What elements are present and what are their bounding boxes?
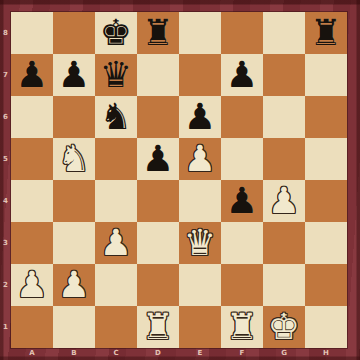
square-d8[interactable]: ♜ [137, 12, 179, 54]
file-label-a: A [11, 347, 53, 360]
file-label-c: C [95, 347, 137, 360]
square-d4[interactable] [137, 180, 179, 222]
square-h5[interactable] [305, 138, 347, 180]
square-d6[interactable] [137, 96, 179, 138]
black-pawn[interactable]: ♟ [53, 54, 95, 96]
black-king[interactable]: ♚ [95, 12, 137, 54]
square-a5[interactable] [11, 138, 53, 180]
square-f8[interactable] [221, 12, 263, 54]
square-c3[interactable]: ♟ [95, 222, 137, 264]
square-c7[interactable]: ♛ [95, 54, 137, 96]
square-b5[interactable]: ♞ [53, 138, 95, 180]
square-d2[interactable] [137, 264, 179, 306]
white-king[interactable]: ♚ [263, 306, 305, 348]
square-g3[interactable] [263, 222, 305, 264]
square-d5[interactable]: ♟ [137, 138, 179, 180]
square-a7[interactable]: ♟ [11, 54, 53, 96]
square-h2[interactable] [305, 264, 347, 306]
square-f1[interactable]: ♜ [221, 306, 263, 348]
square-c2[interactable] [95, 264, 137, 306]
black-pawn[interactable]: ♟ [179, 96, 221, 138]
square-g6[interactable] [263, 96, 305, 138]
square-f5[interactable] [221, 138, 263, 180]
square-h6[interactable] [305, 96, 347, 138]
square-a2[interactable]: ♟ [11, 264, 53, 306]
square-b3[interactable] [53, 222, 95, 264]
square-g5[interactable] [263, 138, 305, 180]
chess-board: ♚♜♜♟♟♛♟♞♟♞♟♟♟♟♟♛♟♟♜♜♚ [11, 12, 347, 348]
rank-label-8: 8 [0, 12, 11, 54]
square-g7[interactable] [263, 54, 305, 96]
square-d7[interactable] [137, 54, 179, 96]
square-d1[interactable]: ♜ [137, 306, 179, 348]
black-rook[interactable]: ♜ [305, 12, 347, 54]
square-e7[interactable] [179, 54, 221, 96]
white-pawn[interactable]: ♟ [179, 138, 221, 180]
square-e3[interactable]: ♛ [179, 222, 221, 264]
square-d3[interactable] [137, 222, 179, 264]
square-h8[interactable]: ♜ [305, 12, 347, 54]
square-e8[interactable] [179, 12, 221, 54]
black-queen[interactable]: ♛ [95, 54, 137, 96]
rank-label-4: 4 [0, 180, 11, 222]
white-pawn[interactable]: ♟ [95, 222, 137, 264]
black-rook[interactable]: ♜ [137, 12, 179, 54]
black-knight[interactable]: ♞ [95, 96, 137, 138]
square-a4[interactable] [11, 180, 53, 222]
file-label-f: F [221, 347, 263, 360]
square-c8[interactable]: ♚ [95, 12, 137, 54]
square-e5[interactable]: ♟ [179, 138, 221, 180]
square-h3[interactable] [305, 222, 347, 264]
square-h4[interactable] [305, 180, 347, 222]
square-a6[interactable] [11, 96, 53, 138]
black-pawn[interactable]: ♟ [137, 138, 179, 180]
white-queen[interactable]: ♛ [179, 222, 221, 264]
rank-label-1: 1 [0, 306, 11, 348]
white-pawn[interactable]: ♟ [11, 264, 53, 306]
square-g2[interactable] [263, 264, 305, 306]
square-e6[interactable]: ♟ [179, 96, 221, 138]
file-label-h: H [305, 347, 347, 360]
square-h7[interactable] [305, 54, 347, 96]
file-label-e: E [179, 347, 221, 360]
square-e4[interactable] [179, 180, 221, 222]
square-f6[interactable] [221, 96, 263, 138]
square-b7[interactable]: ♟ [53, 54, 95, 96]
square-b6[interactable] [53, 96, 95, 138]
white-pawn[interactable]: ♟ [53, 264, 95, 306]
square-f4[interactable]: ♟ [221, 180, 263, 222]
square-c4[interactable] [95, 180, 137, 222]
square-e1[interactable] [179, 306, 221, 348]
white-pawn[interactable]: ♟ [263, 180, 305, 222]
square-c1[interactable] [95, 306, 137, 348]
square-c6[interactable]: ♞ [95, 96, 137, 138]
square-a1[interactable] [11, 306, 53, 348]
rank-label-3: 3 [0, 222, 11, 264]
square-f7[interactable]: ♟ [221, 54, 263, 96]
white-rook[interactable]: ♜ [221, 306, 263, 348]
square-f2[interactable] [221, 264, 263, 306]
file-label-g: G [263, 347, 305, 360]
rank-label-2: 2 [0, 264, 11, 306]
square-g1[interactable]: ♚ [263, 306, 305, 348]
rank-label-7: 7 [0, 54, 11, 96]
square-b1[interactable] [53, 306, 95, 348]
square-g4[interactable]: ♟ [263, 180, 305, 222]
file-label-b: B [53, 347, 95, 360]
square-e2[interactable] [179, 264, 221, 306]
chess-board-frame: ♚♜♜♟♟♛♟♞♟♞♟♟♟♟♟♛♟♟♜♜♚ 87654321ABCDEFGH [0, 0, 360, 360]
square-a3[interactable] [11, 222, 53, 264]
square-b8[interactable] [53, 12, 95, 54]
square-a8[interactable] [11, 12, 53, 54]
square-b4[interactable] [53, 180, 95, 222]
square-b2[interactable]: ♟ [53, 264, 95, 306]
file-label-d: D [137, 347, 179, 360]
white-knight[interactable]: ♞ [53, 138, 95, 180]
rank-label-5: 5 [0, 138, 11, 180]
black-pawn[interactable]: ♟ [221, 54, 263, 96]
square-f3[interactable] [221, 222, 263, 264]
black-pawn[interactable]: ♟ [221, 180, 263, 222]
square-h1[interactable] [305, 306, 347, 348]
white-rook[interactable]: ♜ [137, 306, 179, 348]
black-pawn[interactable]: ♟ [11, 54, 53, 96]
square-g8[interactable] [263, 12, 305, 54]
square-c5[interactable] [95, 138, 137, 180]
rank-label-6: 6 [0, 96, 11, 138]
